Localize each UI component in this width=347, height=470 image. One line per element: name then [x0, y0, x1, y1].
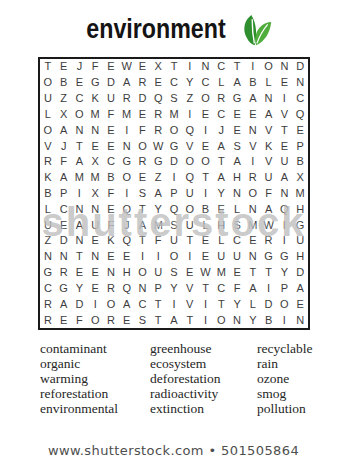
grid-cell-r10c1: L [40, 201, 56, 217]
grid-cell-r8c7: E [135, 170, 151, 186]
grid-cell-r9c6: I [119, 186, 135, 202]
grid-cell-r4c1: L [40, 106, 56, 122]
grid-cell-r4c16: V [276, 106, 292, 122]
grid-cell-r2c9: C [166, 75, 182, 91]
grid-cell-r1c9: T [166, 59, 182, 75]
word-item: rain [257, 356, 312, 371]
grid-cell-r8c11: T [198, 170, 214, 186]
grid-cell-r10c10: O [182, 201, 198, 217]
grid-cell-r12c17: U [292, 233, 308, 249]
grid-cell-r7c4: X [87, 154, 103, 170]
grid-cell-r1c7: E [135, 59, 151, 75]
grid-cell-r2c4: G [87, 75, 103, 91]
grid-cell-r15c6: Q [119, 281, 135, 297]
grid-cell-r5c15: V [261, 122, 277, 138]
grid-cell-r6c9: G [166, 138, 182, 154]
grid-cell-r3c8: Q [150, 91, 166, 107]
grid-cell-r10c7: T [135, 201, 151, 217]
grid-cell-r14c4: E [87, 265, 103, 281]
grid-cell-r14c7: O [135, 265, 151, 281]
grid-cell-r9c17: M [292, 186, 308, 202]
grid-cell-r10c2: C [56, 201, 72, 217]
grid-cell-r12c14: E [245, 233, 261, 249]
grid-cell-r9c5: F [103, 186, 119, 202]
grid-cell-r3c6: R [119, 91, 135, 107]
grid-cell-r12c15: R [261, 233, 277, 249]
grid-cell-r1c12: C [213, 59, 229, 75]
grid-cell-r14c14: T [245, 265, 261, 281]
grid-cell-r11c7: A [135, 217, 151, 233]
grid-cell-r16c9: I [166, 296, 182, 312]
grid-cell-r2c8: E [150, 75, 166, 91]
grid-cell-r17c2: E [56, 312, 72, 328]
grid-cell-r10c3: N [72, 201, 88, 217]
word-item: recyclable [257, 341, 312, 356]
grid-cell-r15c10: V [182, 281, 198, 297]
grid-cell-r17c7: S [135, 312, 151, 328]
grid-cell-r7c6: G [119, 154, 135, 170]
grid-cell-r16c2: A [56, 296, 72, 312]
grid-cell-r10c14: N [245, 201, 261, 217]
grid-cell-r8c15: U [261, 170, 277, 186]
grid-cell-r14c11: W [198, 265, 214, 281]
grid-cell-r9c13: N [229, 186, 245, 202]
grid-cell-r5c9: O [166, 122, 182, 138]
grid-cell-r11c13: S [229, 217, 245, 233]
grid-cell-r7c17: B [292, 154, 308, 170]
grid-cell-r6c12: A [213, 138, 229, 154]
grid-cell-r1c11: N [198, 59, 214, 75]
grid-cell-r6c4: E [87, 138, 103, 154]
grid-cell-r2c15: L [261, 75, 277, 91]
grid-cell-r3c4: K [87, 91, 103, 107]
grid-cell-r13c16: G [276, 249, 292, 265]
grid-cell-r17c10: T [182, 312, 198, 328]
grid-cell-r6c16: E [276, 138, 292, 154]
grid-cell-r3c15: N [261, 91, 277, 107]
grid-cell-r1c8: X [150, 59, 166, 75]
grid-cell-r7c15: V [261, 154, 277, 170]
grid-cell-r14c13: E [229, 265, 245, 281]
grid-cell-r16c11: I [198, 296, 214, 312]
grid-cell-r13c13: U [229, 249, 245, 265]
grid-cell-r2c6: A [119, 75, 135, 91]
grid-cell-r11c9: S [166, 217, 182, 233]
grid-cell-r16c13: Y [229, 296, 245, 312]
stock-footer-text: www.shutterstock.com • 501505864 [0, 443, 347, 458]
grid-cell-r13c15: G [261, 249, 277, 265]
word-item: extinction [150, 401, 220, 416]
grid-cell-r10c5: E [103, 201, 119, 217]
grid-cell-r16c17: E [292, 296, 308, 312]
grid-cell-r2c7: R [135, 75, 151, 91]
grid-cell-r2c10: Y [182, 75, 198, 91]
grid-cell-r4c7: E [135, 106, 151, 122]
grid-cell-r17c3: F [72, 312, 88, 328]
grid-cell-r17c5: R [103, 312, 119, 328]
grid-cell-r5c1: O [40, 122, 56, 138]
grid-cell-r1c13: T [229, 59, 245, 75]
grid-cell-r5c17: E [292, 122, 308, 138]
grid-cell-r12c11: E [198, 233, 214, 249]
grid-cell-r2c3: E [72, 75, 88, 91]
grid-cell-r5c16: T [276, 122, 292, 138]
grid-cell-r11c12: H [213, 217, 229, 233]
grid-cell-r6c1: V [40, 138, 56, 154]
grid-cell-r10c12: E [213, 201, 229, 217]
grid-cell-r16c14: L [245, 296, 261, 312]
grid-cell-r15c7: N [135, 281, 151, 297]
grid-cell-r5c8: R [150, 122, 166, 138]
grid-cell-r15c16: P [276, 281, 292, 297]
grid-cell-r3c1: U [40, 91, 56, 107]
grid-cell-r14c6: H [119, 265, 135, 281]
grid-cell-r5c14: N [245, 122, 261, 138]
grid-cell-r14c3: E [72, 265, 88, 281]
grid-cell-r16c7: C [135, 296, 151, 312]
grid-cell-r6c3: T [72, 138, 88, 154]
word-item: reforestation [40, 386, 118, 401]
grid-cell-r9c9: P [166, 186, 182, 202]
grid-cell-r17c17: N [292, 312, 308, 328]
grid-cell-r14c10: E [182, 265, 198, 281]
grid-cell-r15c14: A [245, 281, 261, 297]
grid-cell-r11c15: W [261, 217, 277, 233]
grid-cell-r14c12: M [213, 265, 229, 281]
grid-cell-r5c10: Q [182, 122, 198, 138]
grid-cell-r4c14: E [245, 106, 261, 122]
grid-cell-r9c3: I [72, 186, 88, 202]
word-item: warming [40, 371, 118, 386]
grid-cell-r10c13: L [229, 201, 245, 217]
grid-cell-r10c9: Q [166, 201, 182, 217]
grid-cell-r6c14: V [245, 138, 261, 154]
grid-cell-r6c17: P [292, 138, 308, 154]
grid-cell-r9c11: I [198, 186, 214, 202]
grid-cell-r2c5: D [103, 75, 119, 91]
grid-cell-r2c16: E [276, 75, 292, 91]
grid-cell-r1c17: D [292, 59, 308, 75]
grid-cell-r6c8: W [150, 138, 166, 154]
grid-cell-r11c3: A [72, 217, 88, 233]
grid-cell-r4c3: O [72, 106, 88, 122]
grid-cell-r4c15: A [261, 106, 277, 122]
grid-cell-r7c2: F [56, 154, 72, 170]
grid-cell-r7c12: T [213, 154, 229, 170]
grid-cell-r14c15: T [261, 265, 277, 281]
grid-cell-r11c1: U [40, 217, 56, 233]
grid-cell-r4c10: I [182, 106, 198, 122]
grid-cell-r7c10: O [182, 154, 198, 170]
grid-cell-r16c16: O [276, 296, 292, 312]
grid-cell-r13c14: N [245, 249, 261, 265]
grid-cell-r11c17: G [292, 217, 308, 233]
grid-cell-r5c5: E [103, 122, 119, 138]
grid-cell-r13c1: N [40, 249, 56, 265]
grid-cell-r2c17: N [292, 75, 308, 91]
grid-cell-r16c6: A [119, 296, 135, 312]
grid-cell-r13c9: O [166, 249, 182, 265]
grid-cell-r12c5: K [103, 233, 119, 249]
word-item: pollution [257, 401, 312, 416]
grid-cell-r6c15: K [261, 138, 277, 154]
grid-cell-r15c2: G [56, 281, 72, 297]
grid-cell-r2c13: A [229, 75, 245, 91]
grid-cell-r7c13: A [229, 154, 245, 170]
grid-cell-r11c14: M [245, 217, 261, 233]
grid-cell-r1c15: O [261, 59, 277, 75]
word-item: organic [40, 356, 118, 371]
grid-cell-r9c4: X [87, 186, 103, 202]
grid-cell-r3c2: Z [56, 91, 72, 107]
grid-cell-r4c12: C [213, 106, 229, 122]
grid-cell-r5c2: A [56, 122, 72, 138]
grid-cell-r3c11: O [198, 91, 214, 107]
grid-cell-r14c2: R [56, 265, 72, 281]
grid-cell-r7c1: R [40, 154, 56, 170]
grid-cell-r11c8: M [150, 217, 166, 233]
grid-cell-r4c2: X [56, 106, 72, 122]
grid-cell-r17c15: B [261, 312, 277, 328]
word-item: ozone [257, 371, 312, 386]
grid-cell-r3c13: G [229, 91, 245, 107]
grid-cell-r6c5: E [103, 138, 119, 154]
grid-cell-r12c12: L [213, 233, 229, 249]
grid-cell-r7c9: D [166, 154, 182, 170]
grid-cell-r11c11: L [198, 217, 214, 233]
grid-cell-r5c7: F [135, 122, 151, 138]
grid-cell-r1c14: I [245, 59, 261, 75]
grid-cell-r8c14: R [245, 170, 261, 186]
grid-cell-r3c3: C [72, 91, 88, 107]
grid-cell-r8c4: M [87, 170, 103, 186]
grid-cell-r14c8: U [150, 265, 166, 281]
grid-cell-r11c10: U [182, 217, 198, 233]
grid-cell-r3c10: Z [182, 91, 198, 107]
grid-cell-r4c4: M [87, 106, 103, 122]
grid-cell-r4c8: R [150, 106, 166, 122]
grid-cell-r7c8: G [150, 154, 166, 170]
grid-cell-r1c10: I [182, 59, 198, 75]
grid-cell-r9c15: F [261, 186, 277, 202]
grid-cell-r14c16: Y [276, 265, 292, 281]
grid-cell-r14c17: D [292, 265, 308, 281]
grid-cell-r9c14: O [245, 186, 261, 202]
grid-cell-r2c2: B [56, 75, 72, 91]
grid-cell-r3c7: D [135, 91, 151, 107]
grid-cell-r9c7: S [135, 186, 151, 202]
grid-cell-r15c3: Y [72, 281, 88, 297]
grid-cell-r16c8: T [150, 296, 166, 312]
grid-cell-r4c17: Q [292, 106, 308, 122]
grid-cell-r10c17: H [292, 201, 308, 217]
word-item: environmental [40, 401, 118, 416]
grid-cell-r10c6: Q [119, 201, 135, 217]
grid-cell-r3c17: C [292, 91, 308, 107]
grid-cell-r5c11: I [198, 122, 214, 138]
grid-cell-r1c3: J [72, 59, 88, 75]
grid-cell-r7c16: U [276, 154, 292, 170]
grid-cell-r5c3: N [72, 122, 88, 138]
grid-cell-r1c1: T [40, 59, 56, 75]
grid-cell-r3c14: A [245, 91, 261, 107]
grid-cell-r6c7: O [135, 138, 151, 154]
grid-cell-r15c5: R [103, 281, 119, 297]
grid-cell-r7c7: R [135, 154, 151, 170]
word-item: deforestation [150, 371, 220, 386]
grid-cell-r6c13: S [229, 138, 245, 154]
grid-cell-r16c4: I [87, 296, 103, 312]
grid-cell-r12c1: Z [40, 233, 56, 249]
grid-cell-r17c6: E [119, 312, 135, 328]
grid-cell-r17c16: I [276, 312, 292, 328]
grid-cell-r4c9: M [166, 106, 182, 122]
grid-cell-r17c11: I [198, 312, 214, 328]
word-item: smog [257, 386, 312, 401]
grid-cell-r15c12: C [213, 281, 229, 297]
grid-cell-r17c13: N [229, 312, 245, 328]
grid-cell-r3c9: S [166, 91, 182, 107]
grid-cell-r17c1: R [40, 312, 56, 328]
grid-cell-r3c16: I [276, 91, 292, 107]
grid-cell-r13c4: N [87, 249, 103, 265]
grid-cell-r1c5: E [103, 59, 119, 75]
grid-cell-r9c1: B [40, 186, 56, 202]
word-item: contaminant [40, 341, 118, 356]
grid-cell-r13c3: T [72, 249, 88, 265]
grid-cell-r14c9: S [166, 265, 182, 281]
grid-cell-r8c6: O [119, 170, 135, 186]
word-item: ecosystem [150, 356, 220, 371]
grid-cell-r5c6: I [119, 122, 135, 138]
grid-cell-r2c1: O [40, 75, 56, 91]
leaf-icon [241, 14, 272, 47]
grid-cell-r14c5: N [103, 265, 119, 281]
grid-cell-r5c4: N [87, 122, 103, 138]
grid-cell-r10c11: B [198, 201, 214, 217]
grid-cell-r9c10: U [182, 186, 198, 202]
grid-cell-r7c11: O [198, 154, 214, 170]
grid-cell-r13c10: I [182, 249, 198, 265]
grid-cell-r12c7: T [135, 233, 151, 249]
grid-cell-r7c14: I [245, 154, 261, 170]
word-item: radioactivity [150, 386, 220, 401]
grid-cell-r12c13: C [229, 233, 245, 249]
grid-cell-r10c16: Q [276, 201, 292, 217]
grid-cell-r2c14: B [245, 75, 261, 91]
grid-cell-r8c5: B [103, 170, 119, 186]
grid-cell-r1c6: W [119, 59, 135, 75]
grid-cell-r9c8: A [150, 186, 166, 202]
grid-cell-r6c10: V [182, 138, 198, 154]
grid-cell-r12c3: N [72, 233, 88, 249]
grid-cell-r8c9: I [166, 170, 182, 186]
grid-cell-r8c13: H [229, 170, 245, 186]
grid-cell-r12c2: D [56, 233, 72, 249]
grid-cell-r8c1: K [40, 170, 56, 186]
grid-cell-r12c6: Q [119, 233, 135, 249]
grid-cell-r15c15: I [261, 281, 277, 297]
grid-cell-r13c5: E [103, 249, 119, 265]
grid-cell-r4c6: M [119, 106, 135, 122]
grid-cell-r7c5: C [103, 154, 119, 170]
grid-cell-r17c9: A [166, 312, 182, 328]
grid-cell-r2c12: L [213, 75, 229, 91]
grid-cell-r8c3: M [72, 170, 88, 186]
grid-cell-r5c12: J [213, 122, 229, 138]
grid-cell-r11c2: E [56, 217, 72, 233]
grid-cell-r10c15: A [261, 201, 277, 217]
grid-cell-r9c2: P [56, 186, 72, 202]
grid-cell-r8c2: A [56, 170, 72, 186]
grid-cell-r11c16: I [276, 217, 292, 233]
grid-cell-r15c13: F [229, 281, 245, 297]
grid-cell-r4c5: F [103, 106, 119, 122]
grid-cell-r6c6: N [119, 138, 135, 154]
grid-cell-r9c16: N [276, 186, 292, 202]
grid-cell-r13c2: N [56, 249, 72, 265]
grid-cell-r12c4: E [87, 233, 103, 249]
grid-cell-r8c16: A [276, 170, 292, 186]
page-title: environment [86, 14, 225, 45]
grid-cell-r16c1: R [40, 296, 56, 312]
grid-cell-r14c1: G [40, 265, 56, 281]
grid-cell-r12c10: T [182, 233, 198, 249]
grid-cell-r4c13: E [229, 106, 245, 122]
grid-cell-r13c11: E [198, 249, 214, 265]
grid-cell-r15c9: Y [166, 281, 182, 297]
word-search-grid: TEJFEWEXTINCTIONDOBEGDARECYCLABLENUZCKUR… [40, 59, 308, 328]
word-list-column: recyclablerainozonesmogpollution [257, 341, 312, 416]
grid-cell-r10c4: N [87, 201, 103, 217]
word-list-column: contaminantorganicwarmingreforestationen… [40, 341, 118, 416]
grid-cell-r1c4: F [87, 59, 103, 75]
grid-cell-r4c11: E [198, 106, 214, 122]
word-list-column: greenhouseecosystemdeforestationradioact… [150, 341, 220, 416]
word-search-board: TEJFEWEXTINCTIONDOBEGDARECYCLABLENUZCKUR… [38, 57, 310, 330]
grid-cell-r8c8: Z [150, 170, 166, 186]
title-row: environment [0, 12, 347, 47]
grid-cell-r8c10: Q [182, 170, 198, 186]
grid-cell-r16c5: O [103, 296, 119, 312]
grid-cell-r17c4: O [87, 312, 103, 328]
grid-cell-r16c15: D [261, 296, 277, 312]
grid-cell-r6c2: J [56, 138, 72, 154]
grid-cell-r17c8: T [150, 312, 166, 328]
grid-cell-r17c12: O [213, 312, 229, 328]
grid-cell-r6c11: E [198, 138, 214, 154]
grid-cell-r15c1: C [40, 281, 56, 297]
word-list: contaminantorganicwarmingreforestationen… [0, 341, 347, 421]
grid-cell-r9c12: Y [213, 186, 229, 202]
grid-cell-r5c13: E [229, 122, 245, 138]
grid-cell-r11c5: F [103, 217, 119, 233]
grid-cell-r16c3: D [72, 296, 88, 312]
grid-cell-r7c3: A [72, 154, 88, 170]
grid-cell-r17c14: Y [245, 312, 261, 328]
grid-cell-r12c8: F [150, 233, 166, 249]
grid-cell-r3c5: U [103, 91, 119, 107]
grid-cell-r3c12: R [213, 91, 229, 107]
grid-cell-r12c9: U [166, 233, 182, 249]
grid-cell-r2c11: C [198, 75, 214, 91]
grid-cell-r11c6: J [119, 217, 135, 233]
grid-cell-r1c2: E [56, 59, 72, 75]
grid-cell-r13c12: U [213, 249, 229, 265]
grid-cell-r15c17: A [292, 281, 308, 297]
grid-cell-r16c12: T [213, 296, 229, 312]
grid-cell-r15c4: E [87, 281, 103, 297]
